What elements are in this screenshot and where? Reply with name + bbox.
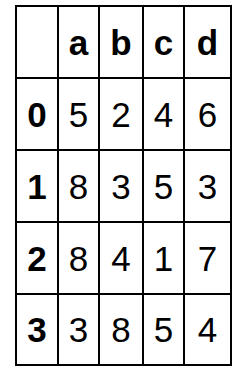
- cell-1-c: 5: [144, 151, 183, 221]
- cell-1-b: 3: [100, 151, 142, 221]
- cell-2-b: 4: [100, 223, 142, 293]
- col-header-a: a: [59, 7, 98, 77]
- cell-2-c: 1: [144, 223, 183, 293]
- cell-2-d: 7: [185, 223, 230, 293]
- cell-0-d: 6: [185, 79, 230, 149]
- row-header-1: 1: [17, 151, 57, 221]
- cell-3-a: 3: [59, 295, 98, 364]
- cell-3-c: 5: [144, 295, 183, 364]
- cell-2-a: 8: [59, 223, 98, 293]
- row-header-3: 3: [17, 295, 57, 364]
- number-grid-table: a b c d 0 5 2 4 6 1 8 3 5 3 2 8 4 1 7 3 …: [15, 5, 232, 366]
- cell-1-d: 3: [185, 151, 230, 221]
- cell-3-d: 4: [185, 295, 230, 364]
- cell-3-b: 8: [100, 295, 142, 364]
- row-header-2: 2: [17, 223, 57, 293]
- col-header-d: d: [185, 7, 230, 77]
- cell-0-c: 4: [144, 79, 183, 149]
- cell-0-a: 5: [59, 79, 98, 149]
- cell-0-b: 2: [100, 79, 142, 149]
- col-header-c: c: [144, 7, 183, 77]
- corner-cell: [17, 7, 57, 77]
- col-header-b: b: [100, 7, 142, 77]
- cell-1-a: 8: [59, 151, 98, 221]
- row-header-0: 0: [17, 79, 57, 149]
